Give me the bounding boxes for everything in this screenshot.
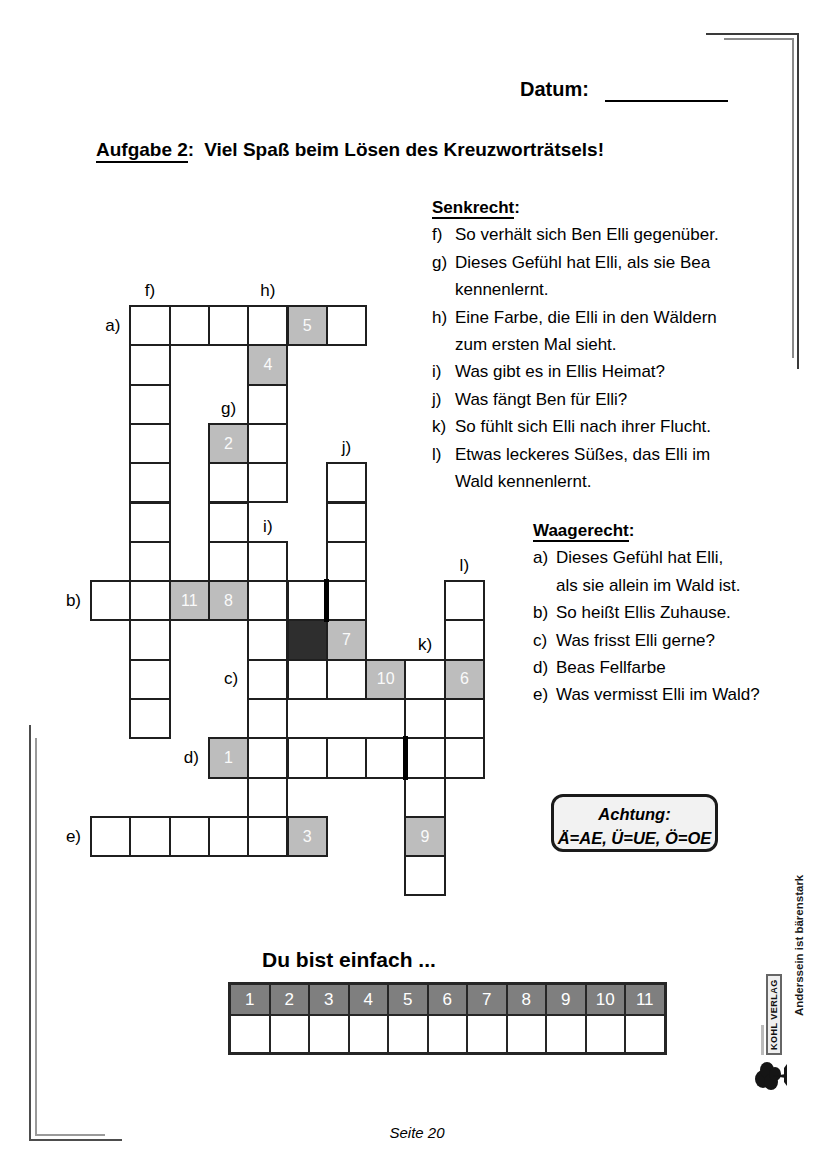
grid-cell-c1r4[interactable] — [129, 423, 170, 464]
clue-text-line: Wald kennenlernt. — [455, 468, 802, 495]
grid-cell-c4r10[interactable] — [247, 659, 288, 700]
clue-text-line: Was vermisst Elli im Wald? — [556, 681, 823, 708]
grid-cell-c4r9[interactable] — [247, 619, 288, 660]
grid-cell-c6r5[interactable] — [326, 462, 367, 503]
page-number: Seite 20 — [389, 1124, 444, 1141]
grid-cell-c6r8[interactable] — [326, 580, 367, 621]
solution-number-cell-3: 3 — [309, 984, 349, 1015]
grid-cell-c2r1[interactable] — [169, 305, 210, 346]
clue-waagerecht-a: a)Dieses Gefühl hat Elli,als sie allein … — [533, 544, 823, 599]
grid-cell-c1r5[interactable] — [129, 462, 170, 503]
logo-smallprint — [761, 1025, 764, 1055]
clue-label: d) — [533, 654, 556, 681]
clues-waagerecht-title: Waagerecht: — [533, 517, 823, 544]
grid-cell-c4r7[interactable] — [247, 541, 288, 582]
clue-text-line: zum ersten Mal sieht. — [455, 331, 802, 358]
clue-label: h) — [432, 304, 455, 359]
clue-text-line: als sie allein im Wald ist. — [556, 572, 823, 599]
solution-number-cell-5: 5 — [388, 984, 428, 1015]
word-separator — [324, 579, 329, 622]
grid-cell-c2r14[interactable] — [169, 816, 210, 857]
solution-letter-cell-3[interactable] — [309, 1015, 349, 1053]
grid-cell-c1r14[interactable] — [129, 816, 170, 857]
word-separator — [403, 736, 408, 779]
clue-label: l) — [432, 441, 455, 496]
grid-cell-c8r15[interactable] — [404, 855, 445, 896]
solution-number-cell-8: 8 — [507, 984, 547, 1015]
grid-cell-c6r6[interactable] — [326, 502, 367, 543]
tree-icon — [753, 1058, 789, 1092]
grid-cell-c8r12[interactable] — [404, 737, 445, 778]
grid-cell-c8r13[interactable] — [404, 777, 445, 818]
clues-senkrecht-title: Senkrecht: — [432, 194, 802, 221]
notice-line2: Ä=AE, Ü=UE, Ö=OE — [554, 826, 715, 850]
clues-waagerecht-list: a)Dieses Gefühl hat Elli,als sie allein … — [533, 544, 823, 708]
grid-cell-c4r11[interactable] — [247, 698, 288, 739]
grid-label-i: i) — [263, 517, 272, 537]
solution-number-cell-2: 2 — [270, 984, 310, 1015]
grid-label-h: h) — [260, 281, 275, 301]
grid-cell-c1r10[interactable] — [129, 659, 170, 700]
grid-label-f: f) — [145, 281, 155, 301]
grid-cell-c4r5[interactable] — [247, 462, 288, 503]
clue-text-line: Dieses Gefühl hat Elli, als sie Bea — [455, 249, 802, 276]
clue-label: c) — [533, 627, 556, 654]
clue-senkrecht-f: f)So verhält sich Ben Elli gegenüber. — [432, 221, 802, 248]
solution-heading: Du bist einfach ... — [262, 948, 436, 972]
grid-label-b: b) — [66, 591, 81, 611]
grid-cell-c4r4[interactable] — [247, 423, 288, 464]
solution-letter-cell-9[interactable] — [546, 1015, 586, 1053]
grid-cell-c0r14[interactable] — [90, 816, 131, 857]
grid-cell-c9r10[interactable]: 6 — [444, 659, 485, 700]
umlaut-notice-box: Achtung: Ä=AE, Ü=UE, Ö=OE — [551, 794, 718, 852]
solution-letter-cell-8[interactable] — [507, 1015, 547, 1053]
clue-text-line: So fühlt sich Elli nach ihrer Flucht. — [455, 413, 802, 440]
clue-waagerecht-d: d)Beas Fellfarbe — [533, 654, 823, 681]
grid-cell-c6r12[interactable] — [326, 737, 367, 778]
cell-number: 7 — [342, 632, 351, 648]
clue-senkrecht-j: j)Was fängt Ben für Elli? — [432, 386, 802, 413]
solution-letter-cell-4[interactable] — [349, 1015, 389, 1053]
cell-number: 10 — [377, 671, 395, 687]
clue-waagerecht-e: e)Was vermisst Elli im Wald? — [533, 681, 823, 708]
grid-label-d: d) — [184, 748, 199, 768]
grid-cell-c1r2[interactable] — [129, 344, 170, 385]
clue-label: b) — [533, 599, 556, 626]
grid-cell-c8r11[interactable] — [404, 698, 445, 739]
solution-number-cell-11: 11 — [625, 984, 665, 1015]
solution-table: 1234567891011 — [228, 982, 667, 1055]
grid-cell-c1r9[interactable] — [129, 619, 170, 660]
grid-label-k: k) — [418, 635, 432, 655]
cell-number: 11 — [181, 593, 198, 609]
cell-number: 1 — [224, 750, 233, 766]
grid-cell-c3r6[interactable] — [208, 502, 249, 543]
grid-cell-c3r12[interactable]: 1 — [208, 737, 249, 778]
clue-label: k) — [432, 413, 455, 440]
clue-text-line: Was gibt es in Ellis Heimat? — [455, 358, 802, 385]
grid-cell-c5r8[interactable] — [287, 580, 328, 621]
grid-cell-c6r7[interactable] — [326, 541, 367, 582]
clue-text-line: Eine Farbe, die Elli in den Wäldern — [455, 304, 802, 331]
solution-letter-cell-6[interactable] — [428, 1015, 468, 1053]
grid-cell-c6r1[interactable] — [326, 305, 367, 346]
grid-cell-c9r9[interactable] — [444, 619, 485, 660]
clue-label: i) — [432, 358, 455, 385]
grid-cell-c3r8[interactable]: 8 — [208, 580, 249, 621]
grid-label-l: l) — [460, 556, 469, 576]
solution-letter-cell-2[interactable] — [270, 1015, 310, 1053]
clue-text-line: Dieses Gefühl hat Elli, — [556, 544, 823, 571]
grid-cell-c1r3[interactable] — [129, 384, 170, 425]
grid-cell-c4r1[interactable] — [247, 305, 288, 346]
clue-label: e) — [533, 681, 556, 708]
clue-text-line: Was frisst Elli gerne? — [556, 627, 823, 654]
grid-cell-c6r10[interactable] — [326, 659, 367, 700]
grid-cell-c4r3[interactable] — [247, 384, 288, 425]
clue-label: g) — [432, 249, 455, 304]
solution-number-cell-6: 6 — [428, 984, 468, 1015]
grid-cell-c0r8[interactable] — [90, 580, 131, 621]
grid-cell-c4r13[interactable] — [247, 777, 288, 818]
grid-cell-c9r8[interactable] — [444, 580, 485, 621]
solution-number-cell-10: 10 — [586, 984, 626, 1015]
grid-cell-c6r9[interactable]: 7 — [326, 619, 367, 660]
cell-number: 3 — [303, 829, 312, 845]
cell-number: 6 — [460, 671, 469, 687]
clue-label: a) — [533, 544, 556, 599]
clue-senkrecht-g: g)Dieses Gefühl hat Elli, als sie Beaken… — [432, 249, 802, 304]
grid-cell-c8r10[interactable] — [404, 659, 445, 700]
grid-cell-c1r11[interactable] — [129, 698, 170, 739]
solution-number-cell-7: 7 — [467, 984, 507, 1015]
clue-text-line: kennenlernt. — [455, 276, 802, 303]
clue-text-line: Was fängt Ben für Elli? — [455, 386, 802, 413]
solution-number-cell-9: 9 — [546, 984, 586, 1015]
publisher-logo: KOHL VERLAG — [753, 974, 789, 1092]
grid-cell-c9r12[interactable] — [444, 737, 485, 778]
grid-label-c: c) — [224, 669, 238, 689]
grid-label-j: j) — [342, 438, 351, 458]
clue-text-line: Beas Fellfarbe — [556, 654, 823, 681]
grid-cell-c8r14[interactable]: 9 — [404, 816, 445, 857]
clue-senkrecht-h: h)Eine Farbe, die Elli in den Wäldernzum… — [432, 304, 802, 359]
grid-label-e: e) — [66, 827, 81, 847]
grid-cell-c1r8[interactable] — [129, 580, 170, 621]
clue-label: f) — [432, 221, 455, 248]
grid-cell-c5r10[interactable] — [287, 659, 328, 700]
grid-cell-c5r12[interactable] — [287, 737, 328, 778]
grid-cell-c3r1[interactable] — [208, 305, 249, 346]
grid-cell-c7r10[interactable]: 10 — [365, 659, 406, 700]
clue-senkrecht-k: k)So fühlt sich Elli nach ihrer Flucht. — [432, 413, 802, 440]
clue-label: j) — [432, 386, 455, 413]
solution-letter-cell-10[interactable] — [586, 1015, 626, 1053]
clue-waagerecht-b: b)So heißt Ellis Zuhause. — [533, 599, 823, 626]
clues-waagerecht: Waagerecht: a)Dieses Gefühl hat Elli,als… — [533, 517, 823, 709]
notice-line1: Achtung: — [554, 802, 715, 826]
cell-number: 9 — [421, 829, 430, 845]
clue-text-line: So verhält sich Ben Elli gegenüber. — [455, 221, 802, 248]
grid-cell-c9r11[interactable] — [444, 698, 485, 739]
grid-cell-c5r9 — [287, 619, 328, 660]
solution-letter-cell-7[interactable] — [467, 1015, 507, 1053]
cell-number: 4 — [263, 357, 272, 373]
clues-senkrecht: Senkrecht: f)So verhält sich Ben Elli ge… — [432, 194, 802, 495]
grid-cell-c7r12[interactable] — [365, 737, 406, 778]
grid-cell-c3r4[interactable]: 2 — [208, 423, 249, 464]
clues-senkrecht-list: f)So verhält sich Ben Elli gegenüber.g)D… — [432, 221, 802, 495]
cell-number: 5 — [303, 318, 312, 334]
grid-cell-c1r6[interactable] — [129, 502, 170, 543]
grid-cell-c5r1[interactable]: 5 — [287, 305, 328, 346]
grid-cell-c1r7[interactable] — [129, 541, 170, 582]
clue-senkrecht-i: i)Was gibt es in Ellis Heimat? — [432, 358, 802, 385]
solution-letter-cell-1[interactable] — [230, 1015, 270, 1053]
solution-number-cell-1: 1 — [230, 984, 270, 1015]
solution-number-cell-4: 4 — [349, 984, 389, 1015]
grid-cell-c4r8[interactable] — [247, 580, 288, 621]
grid-cell-c1r1[interactable] — [129, 305, 170, 346]
grid-cell-c4r12[interactable] — [247, 737, 288, 778]
grid-cell-c2r8[interactable]: 11 — [169, 580, 210, 621]
grid-cell-c3r14[interactable] — [208, 816, 249, 857]
grid-cell-c3r7[interactable] — [208, 541, 249, 582]
grid-cell-c3r5[interactable] — [208, 462, 249, 503]
grid-label-g: g) — [221, 399, 236, 419]
cell-number: 8 — [224, 593, 233, 609]
grid-cell-c4r2[interactable]: 4 — [247, 344, 288, 385]
solution-letter-cell-11[interactable] — [625, 1015, 665, 1053]
solution-letter-cell-5[interactable] — [388, 1015, 428, 1053]
side-title: Anderssein ist bärenstark — [793, 806, 806, 1016]
grid-cell-c5r14[interactable]: 3 — [287, 816, 328, 857]
clue-text-line: Etwas leckeres Süßes, das Elli im — [455, 441, 802, 468]
grid-label-a: a) — [105, 316, 120, 336]
clue-text-line: So heißt Ellis Zuhause. — [556, 599, 823, 626]
clue-senkrecht-l: l)Etwas leckeres Süßes, das Elli imWald … — [432, 441, 802, 496]
cell-number: 2 — [224, 436, 233, 452]
grid-cell-c4r14[interactable] — [247, 816, 288, 857]
logo-wordmark: KOHL VERLAG — [766, 974, 782, 1055]
clue-waagerecht-c: c)Was frisst Elli gerne? — [533, 627, 823, 654]
